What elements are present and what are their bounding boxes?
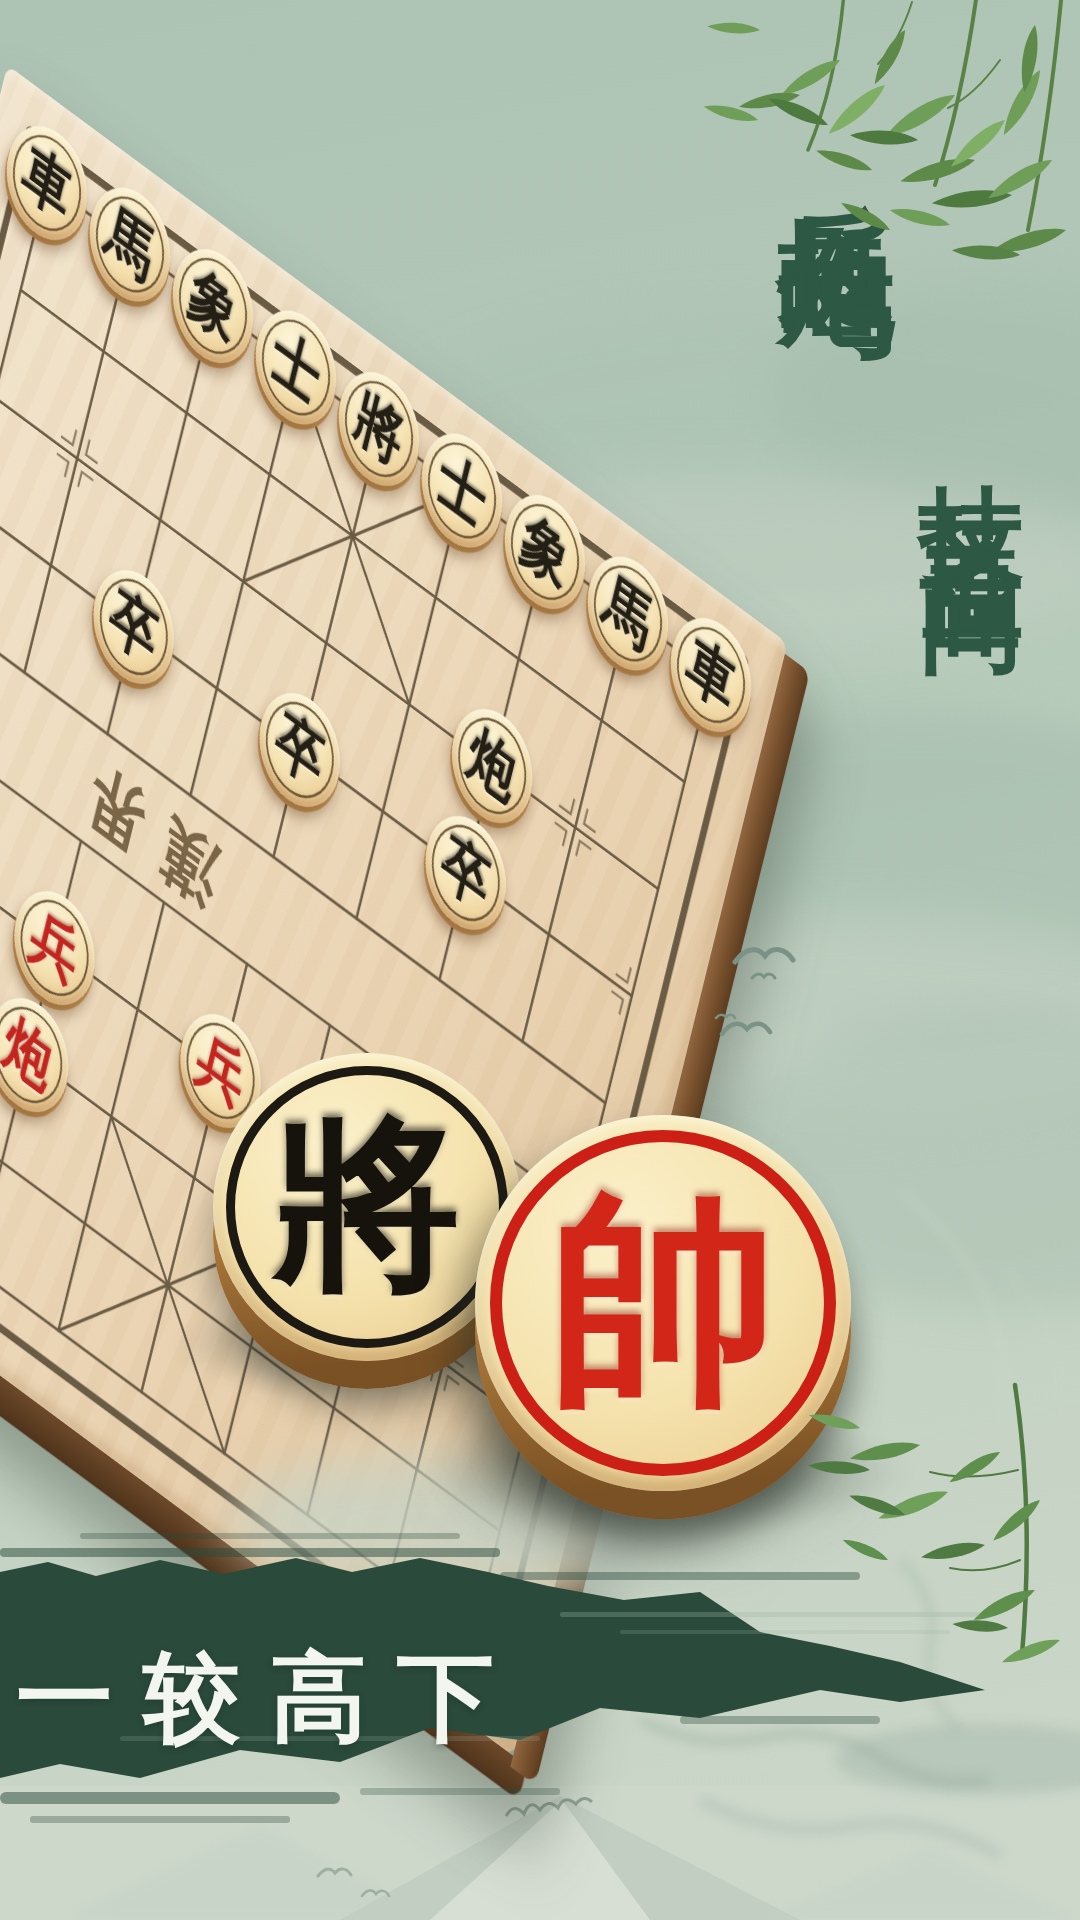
xiangqi-poster: 漢界 車馬象士將士象馬車炮卒卒卒兵兵炮 兵挺炮鸣 技艺盖世间 將 帥 xyxy=(0,0,1080,1920)
banner-title: 一较高下 xyxy=(16,1634,524,1765)
hero-piece-red-general: 帥 xyxy=(475,1115,851,1491)
slogan-column-right-bottom: 技艺盖世间 xyxy=(903,400,1043,510)
slogan-column-right-top: 兵挺炮鸣 xyxy=(758,108,918,172)
red-general-character: 帥 xyxy=(475,1115,851,1491)
river-text: 漢界 xyxy=(60,735,227,924)
